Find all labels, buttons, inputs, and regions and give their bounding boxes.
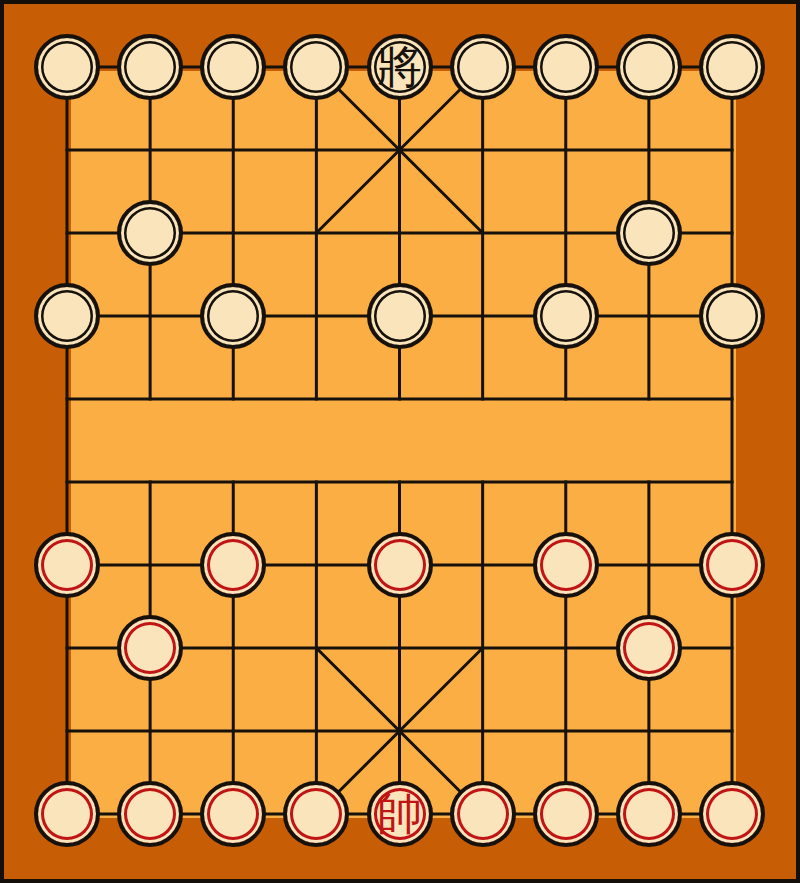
black-blank-piece[interactable]: [616, 34, 682, 100]
red-blank-piece[interactable]: [616, 615, 682, 681]
red-general-character: 帥: [377, 791, 422, 836]
black-general-piece[interactable]: 將: [367, 34, 433, 100]
black-blank-piece[interactable]: [200, 34, 266, 100]
pieces-layer: 將帥: [4, 4, 796, 879]
black-blank-piece[interactable]: [34, 34, 100, 100]
black-blank-piece[interactable]: [283, 34, 349, 100]
red-blank-piece[interactable]: [34, 781, 100, 847]
black-general-character: 將: [377, 44, 422, 89]
red-blank-piece[interactable]: [616, 781, 682, 847]
black-blank-piece[interactable]: [699, 283, 765, 349]
red-blank-piece[interactable]: [200, 532, 266, 598]
red-blank-piece[interactable]: [117, 781, 183, 847]
red-blank-piece[interactable]: [533, 532, 599, 598]
black-blank-piece[interactable]: [117, 200, 183, 266]
black-blank-piece[interactable]: [616, 200, 682, 266]
red-blank-piece[interactable]: [699, 781, 765, 847]
xiangqi-board: 將帥: [0, 0, 800, 883]
black-blank-piece[interactable]: [533, 283, 599, 349]
black-blank-piece[interactable]: [533, 34, 599, 100]
black-blank-piece[interactable]: [34, 283, 100, 349]
red-blank-piece[interactable]: [200, 781, 266, 847]
black-blank-piece[interactable]: [699, 34, 765, 100]
black-blank-piece[interactable]: [200, 283, 266, 349]
red-blank-piece[interactable]: [117, 615, 183, 681]
red-blank-piece[interactable]: [367, 532, 433, 598]
red-blank-piece[interactable]: [533, 781, 599, 847]
red-blank-piece[interactable]: [283, 781, 349, 847]
red-blank-piece[interactable]: [34, 532, 100, 598]
red-blank-piece[interactable]: [699, 532, 765, 598]
black-blank-piece[interactable]: [117, 34, 183, 100]
black-blank-piece[interactable]: [367, 283, 433, 349]
black-blank-piece[interactable]: [450, 34, 516, 100]
red-blank-piece[interactable]: [450, 781, 516, 847]
red-general-piece[interactable]: 帥: [367, 781, 433, 847]
